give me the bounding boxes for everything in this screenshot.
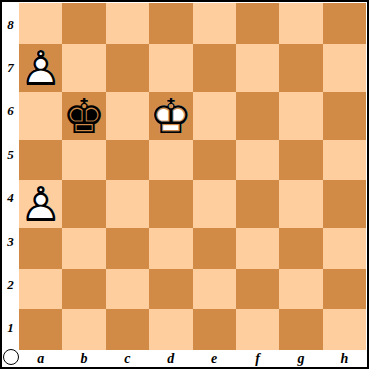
white-king[interactable]: ♚♔ — [149, 92, 192, 140]
square-d2[interactable] — [149, 269, 192, 310]
square-b6[interactable]: ♚ — [62, 92, 105, 140]
square-c7[interactable] — [106, 44, 149, 92]
square-c1[interactable] — [106, 309, 149, 350]
square-b8[interactable] — [62, 3, 105, 44]
square-a4[interactable]: ♟♙ — [19, 180, 62, 228]
rank-label-2: 2 — [2, 263, 19, 306]
square-e7[interactable] — [193, 44, 236, 92]
rank-labels: 87654321 — [2, 3, 19, 350]
square-f3[interactable] — [236, 228, 279, 269]
square-d1[interactable] — [149, 309, 192, 350]
square-g4[interactable] — [279, 180, 322, 228]
file-label-c: c — [106, 350, 149, 367]
square-g8[interactable] — [279, 3, 322, 44]
white-pawn[interactable]: ♟♙ — [19, 44, 62, 92]
square-f5[interactable] — [236, 140, 279, 181]
file-label-a: a — [19, 350, 62, 367]
file-label-g: g — [279, 350, 322, 367]
square-f1[interactable] — [236, 309, 279, 350]
file-label-h: h — [323, 350, 366, 367]
square-h6[interactable] — [323, 92, 366, 140]
square-a1[interactable] — [19, 309, 62, 350]
square-h2[interactable] — [323, 269, 366, 310]
square-e5[interactable] — [193, 140, 236, 181]
square-a3[interactable] — [19, 228, 62, 269]
square-e6[interactable] — [193, 92, 236, 140]
square-e3[interactable] — [193, 228, 236, 269]
square-c8[interactable] — [106, 3, 149, 44]
white-to-move-indicator — [3, 349, 19, 365]
square-f7[interactable] — [236, 44, 279, 92]
square-e2[interactable] — [193, 269, 236, 310]
square-a2[interactable] — [19, 269, 62, 310]
square-f8[interactable] — [236, 3, 279, 44]
chess-diagram: 87654321 ♟♙♚♚♔♟♙ abcdefgh — [0, 0, 369, 369]
square-g5[interactable] — [279, 140, 322, 181]
square-b2[interactable] — [62, 269, 105, 310]
square-e1[interactable] — [193, 309, 236, 350]
rank-label-1: 1 — [2, 307, 19, 350]
square-c3[interactable] — [106, 228, 149, 269]
square-f4[interactable] — [236, 180, 279, 228]
square-g1[interactable] — [279, 309, 322, 350]
square-b3[interactable] — [62, 228, 105, 269]
file-label-f: f — [236, 350, 279, 367]
square-b4[interactable] — [62, 180, 105, 228]
square-d4[interactable] — [149, 180, 192, 228]
black-king[interactable]: ♚ — [63, 92, 106, 140]
square-g3[interactable] — [279, 228, 322, 269]
square-f2[interactable] — [236, 269, 279, 310]
square-d5[interactable] — [149, 140, 192, 181]
file-label-b: b — [62, 350, 105, 367]
rank-label-4: 4 — [2, 177, 19, 220]
square-c2[interactable] — [106, 269, 149, 310]
square-g6[interactable] — [279, 92, 322, 140]
square-e4[interactable] — [193, 180, 236, 228]
square-d8[interactable] — [149, 3, 192, 44]
square-g7[interactable] — [279, 44, 322, 92]
board: ♟♙♚♚♔♟♙ — [19, 3, 366, 350]
square-a8[interactable] — [19, 3, 62, 44]
file-labels: abcdefgh — [19, 350, 366, 367]
square-h3[interactable] — [323, 228, 366, 269]
square-b5[interactable] — [62, 140, 105, 181]
file-label-e: e — [193, 350, 236, 367]
rank-label-8: 8 — [2, 3, 19, 46]
square-c4[interactable] — [106, 180, 149, 228]
file-label-d: d — [149, 350, 192, 367]
square-f6[interactable] — [236, 92, 279, 140]
square-c5[interactable] — [106, 140, 149, 181]
square-a6[interactable] — [19, 92, 62, 140]
square-a5[interactable] — [19, 140, 62, 181]
square-h8[interactable] — [323, 3, 366, 44]
square-d6[interactable]: ♚♔ — [149, 92, 192, 140]
rank-label-5: 5 — [2, 133, 19, 176]
square-d3[interactable] — [149, 228, 192, 269]
square-h1[interactable] — [323, 309, 366, 350]
square-d7[interactable] — [149, 44, 192, 92]
square-a7[interactable]: ♟♙ — [19, 44, 62, 92]
rank-label-7: 7 — [2, 46, 19, 89]
rank-label-6: 6 — [2, 90, 19, 133]
square-g2[interactable] — [279, 269, 322, 310]
square-h7[interactable] — [323, 44, 366, 92]
square-c6[interactable] — [106, 92, 149, 140]
white-pawn[interactable]: ♟♙ — [19, 180, 62, 228]
rank-label-3: 3 — [2, 220, 19, 263]
square-b1[interactable] — [62, 309, 105, 350]
square-h4[interactable] — [323, 180, 366, 228]
square-h5[interactable] — [323, 140, 366, 181]
square-e8[interactable] — [193, 3, 236, 44]
square-b7[interactable] — [62, 44, 105, 92]
